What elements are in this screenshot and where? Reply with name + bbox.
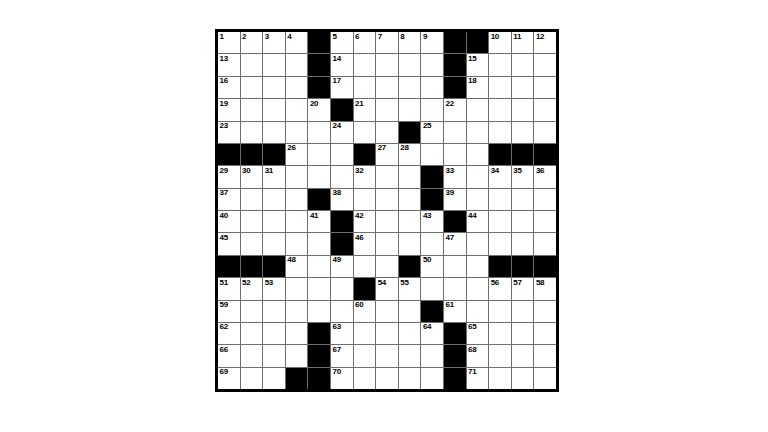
cell-r5c7[interactable] [354,122,376,143]
cell-r8c15[interactable] [534,189,556,210]
cell-r8c8[interactable] [376,189,398,210]
clue-number: 11 [513,32,521,41]
cell-r2c1[interactable]: 13 [218,54,240,75]
cell-r3c4[interactable] [286,77,308,98]
cell-r4c12[interactable] [467,99,489,120]
cell-r14c15[interactable] [534,323,556,344]
cell-r5c12[interactable] [467,122,489,143]
clue-number: 70 [333,367,341,376]
black-cell-r8c5 [308,189,330,210]
cell-r16c6[interactable]: 70 [331,368,353,389]
cell-r7c4[interactable] [286,166,308,187]
clue-number: 9 [423,32,427,41]
clue-number: 15 [468,54,476,63]
cell-r13c5[interactable] [308,301,330,322]
cell-r12c8[interactable]: 54 [376,278,398,299]
cell-r14c3[interactable] [263,323,285,344]
cell-r15c12[interactable]: 68 [467,345,489,366]
black-cell-r11c1 [218,256,240,277]
cell-r15c10[interactable] [421,345,443,366]
cell-r4c9[interactable] [399,99,421,120]
cell-r8c7[interactable] [354,189,376,210]
cell-r14c4[interactable] [286,323,308,344]
clue-number: 47 [446,233,454,242]
clue-number: 21 [355,99,363,108]
cell-r15c14[interactable] [512,345,534,366]
clue-number: 27 [378,143,386,152]
black-cell-r2c11 [444,54,466,75]
cell-r2c13[interactable] [489,54,511,75]
clue-number: 61 [446,300,454,309]
cell-r15c9[interactable] [399,345,421,366]
cell-r6c4[interactable]: 26 [286,144,308,165]
cell-r1c9[interactable]: 8 [399,32,421,53]
clue-number: 16 [220,76,228,85]
cell-r6c12[interactable] [467,144,489,165]
cell-r3c6[interactable]: 17 [331,77,353,98]
cell-r5c1[interactable]: 23 [218,122,240,143]
black-cell-r10c6 [331,233,353,254]
black-cell-r11c13 [489,256,511,277]
clue-number: 30 [242,166,250,175]
cell-r7c3[interactable]: 31 [263,166,285,187]
cell-r16c13[interactable] [489,368,511,389]
clue-number: 56 [491,278,499,287]
clue-number: 41 [310,211,318,220]
cell-r10c1[interactable]: 45 [218,233,240,254]
cell-r5c13[interactable] [489,122,511,143]
cell-r3c15[interactable] [534,77,556,98]
cell-r13c14[interactable] [512,301,534,322]
cell-r10c11[interactable]: 47 [444,233,466,254]
cell-r9c2[interactable] [241,211,263,232]
cell-r7c14[interactable]: 35 [512,166,534,187]
clue-number: 7 [378,32,382,41]
clue-number: 20 [310,99,318,108]
clue-number: 65 [468,322,476,331]
cell-r13c4[interactable] [286,301,308,322]
cell-r16c15[interactable] [534,368,556,389]
clue-number: 46 [355,233,363,242]
cell-r1c6[interactable]: 5 [331,32,353,53]
cell-r7c11[interactable]: 33 [444,166,466,187]
cell-r7c9[interactable] [399,166,421,187]
clue-number: 12 [536,32,544,41]
cell-r3c7[interactable] [354,77,376,98]
cell-r4c11[interactable]: 22 [444,99,466,120]
cell-r13c3[interactable] [263,301,285,322]
cell-r10c8[interactable] [376,233,398,254]
black-cell-r9c11 [444,211,466,232]
cell-r14c6[interactable]: 63 [331,323,353,344]
cell-r1c2[interactable]: 2 [241,32,263,53]
cell-r15c4[interactable] [286,345,308,366]
cell-r5c2[interactable] [241,122,263,143]
clue-number: 38 [333,188,341,197]
cell-r15c2[interactable] [241,345,263,366]
clue-number: 24 [333,121,341,130]
cell-r12c2[interactable]: 52 [241,278,263,299]
cell-r1c10[interactable]: 9 [421,32,443,53]
cell-r5c11[interactable] [444,122,466,143]
cell-r16c9[interactable] [399,368,421,389]
cell-r13c12[interactable] [467,301,489,322]
clue-number: 17 [333,76,341,85]
clue-number: 62 [220,322,228,331]
black-cell-r6c14 [512,144,534,165]
cell-r15c8[interactable] [376,345,398,366]
clue-number: 14 [333,54,341,63]
cell-r4c8[interactable] [376,99,398,120]
cell-r8c4[interactable] [286,189,308,210]
cell-r10c10[interactable] [421,233,443,254]
cell-r15c7[interactable] [354,345,376,366]
cell-r10c3[interactable] [263,233,285,254]
cell-r7c5[interactable] [308,166,330,187]
clue-number: 13 [220,54,228,63]
cell-r1c3[interactable]: 3 [263,32,285,53]
cell-r4c5[interactable]: 20 [308,99,330,120]
clue-number: 49 [333,255,341,264]
cell-r9c7[interactable]: 42 [354,211,376,232]
cell-r9c13[interactable] [489,211,511,232]
cell-r14c7[interactable] [354,323,376,344]
cell-r6c5[interactable] [308,144,330,165]
clue-number: 2 [242,32,246,41]
cell-r11c6[interactable]: 49 [331,256,353,277]
clue-number: 28 [400,143,408,152]
cell-r14c14[interactable] [512,323,534,344]
cell-r2c8[interactable] [376,54,398,75]
cell-r14c12[interactable]: 65 [467,323,489,344]
page: 1234567891011121314151617181920212223242… [0,0,768,432]
cell-r6c9[interactable]: 28 [399,144,421,165]
clue-number: 31 [265,166,273,175]
cell-r11c7[interactable] [354,256,376,277]
cell-r1c7[interactable]: 6 [354,32,376,53]
clue-number: 19 [220,99,228,108]
cell-r12c11[interactable] [444,278,466,299]
cell-r12c3[interactable]: 53 [263,278,285,299]
clue-number: 58 [536,278,544,287]
cell-r2c7[interactable] [354,54,376,75]
black-cell-r12c7 [354,278,376,299]
cell-r5c8[interactable] [376,122,398,143]
cell-r9c14[interactable] [512,211,534,232]
cell-r4c15[interactable] [534,99,556,120]
cell-r7c1[interactable]: 29 [218,166,240,187]
cell-r15c13[interactable] [489,345,511,366]
cell-r10c14[interactable] [512,233,534,254]
cell-r1c15[interactable]: 12 [534,32,556,53]
clue-number: 1 [220,32,224,41]
black-cell-r14c5 [308,323,330,344]
cell-r12c4[interactable] [286,278,308,299]
cell-r14c1[interactable]: 62 [218,323,240,344]
cell-r14c2[interactable] [241,323,263,344]
cell-r16c2[interactable] [241,368,263,389]
cell-r8c14[interactable] [512,189,534,210]
cell-r4c4[interactable] [286,99,308,120]
clue-number: 64 [423,322,431,331]
black-cell-r16c11 [444,368,466,389]
cell-r2c10[interactable] [421,54,443,75]
cell-r3c12[interactable]: 18 [467,77,489,98]
clue-number: 44 [468,211,476,220]
cell-r9c10[interactable]: 43 [421,211,443,232]
cell-r10c5[interactable] [308,233,330,254]
clue-number: 67 [333,345,341,354]
black-cell-r9c6 [331,211,353,232]
clue-number: 35 [513,166,521,175]
clue-number: 23 [220,121,228,130]
cell-r9c1[interactable]: 40 [218,211,240,232]
cell-r10c12[interactable] [467,233,489,254]
clue-number: 4 [287,32,291,41]
cell-r11c10[interactable]: 50 [421,256,443,277]
cell-r4c10[interactable] [421,99,443,120]
cell-r3c2[interactable] [241,77,263,98]
cell-r4c13[interactable] [489,99,511,120]
cell-r4c14[interactable] [512,99,534,120]
cell-r9c4[interactable] [286,211,308,232]
cell-r4c2[interactable] [241,99,263,120]
cell-r16c1[interactable]: 69 [218,368,240,389]
clue-number: 37 [220,188,228,197]
cell-r1c4[interactable]: 4 [286,32,308,53]
cell-r9c8[interactable] [376,211,398,232]
cell-r3c3[interactable] [263,77,285,98]
cell-r4c1[interactable]: 19 [218,99,240,120]
cell-r12c12[interactable] [467,278,489,299]
cell-r6c8[interactable]: 27 [376,144,398,165]
clue-number: 26 [287,143,295,152]
cell-r9c9[interactable] [399,211,421,232]
cell-r1c1[interactable]: 1 [218,32,240,53]
black-cell-r6c2 [241,144,263,165]
cell-r6c6[interactable] [331,144,353,165]
cell-r10c13[interactable] [489,233,511,254]
cell-r10c15[interactable] [534,233,556,254]
clue-number: 50 [423,255,431,264]
cell-r2c2[interactable] [241,54,263,75]
cell-r8c6[interactable]: 38 [331,189,353,210]
cell-r3c10[interactable] [421,77,443,98]
cell-r7c6[interactable] [331,166,353,187]
black-cell-r11c14 [512,256,534,277]
black-cell-r16c5 [308,368,330,389]
cell-r7c7[interactable]: 32 [354,166,376,187]
cell-r12c13[interactable]: 56 [489,278,511,299]
cell-r16c10[interactable] [421,368,443,389]
black-cell-r1c5 [308,32,330,53]
black-cell-r16c4 [286,368,308,389]
cell-r9c3[interactable] [263,211,285,232]
clue-number: 25 [423,121,431,130]
cell-r3c14[interactable] [512,77,534,98]
clue-number: 22 [446,99,454,108]
cell-r13c7[interactable]: 60 [354,301,376,322]
cell-r16c7[interactable] [354,368,376,389]
clue-number: 52 [242,278,250,287]
cell-r10c2[interactable] [241,233,263,254]
cell-r16c14[interactable] [512,368,534,389]
black-cell-r6c13 [489,144,511,165]
cell-r13c15[interactable] [534,301,556,322]
clue-number: 48 [287,255,295,264]
black-cell-r1c12 [467,32,489,53]
black-cell-r1c11 [444,32,466,53]
cell-r5c15[interactable] [534,122,556,143]
cell-r14c13[interactable] [489,323,511,344]
cell-r1c13[interactable]: 10 [489,32,511,53]
cell-r5c6[interactable]: 24 [331,122,353,143]
cell-r11c8[interactable] [376,256,398,277]
cell-r2c15[interactable] [534,54,556,75]
cell-r6c10[interactable] [421,144,443,165]
cell-r9c15[interactable] [534,211,556,232]
cell-r2c3[interactable] [263,54,285,75]
clue-number: 36 [536,166,544,175]
cell-r8c12[interactable] [467,189,489,210]
cell-r8c2[interactable] [241,189,263,210]
cell-r9c12[interactable]: 44 [467,211,489,232]
black-cell-r3c11 [444,77,466,98]
cell-r12c5[interactable] [308,278,330,299]
cell-r14c9[interactable] [399,323,421,344]
clue-number: 63 [333,322,341,331]
cell-r13c2[interactable] [241,301,263,322]
black-cell-r13c10 [421,301,443,322]
cell-r7c8[interactable] [376,166,398,187]
cell-r3c8[interactable] [376,77,398,98]
clue-number: 45 [220,233,228,242]
cell-r13c9[interactable] [399,301,421,322]
clue-number: 55 [400,278,408,287]
cell-r16c8[interactable] [376,368,398,389]
cell-r16c3[interactable] [263,368,285,389]
cell-r11c12[interactable] [467,256,489,277]
cell-r3c1[interactable]: 16 [218,77,240,98]
clue-number: 59 [220,300,228,309]
cell-r11c11[interactable] [444,256,466,277]
cell-r13c13[interactable] [489,301,511,322]
cell-r7c12[interactable] [467,166,489,187]
cell-r12c10[interactable] [421,278,443,299]
cell-r8c9[interactable] [399,189,421,210]
cell-r1c8[interactable]: 7 [376,32,398,53]
black-cell-r11c3 [263,256,285,277]
cell-r11c5[interactable] [308,256,330,277]
cell-r5c14[interactable] [512,122,534,143]
black-cell-r11c15 [534,256,556,277]
clue-number: 18 [468,76,476,85]
clue-number: 69 [220,367,228,376]
cell-r7c2[interactable]: 30 [241,166,263,187]
black-cell-r4c6 [331,99,353,120]
cell-r11c4[interactable]: 48 [286,256,308,277]
clue-number: 66 [220,345,228,354]
clue-number: 32 [355,166,363,175]
black-cell-r15c11 [444,345,466,366]
cell-r2c6[interactable]: 14 [331,54,353,75]
cell-r4c3[interactable] [263,99,285,120]
black-cell-r6c3 [263,144,285,165]
clue-number: 54 [378,278,386,287]
cell-r15c1[interactable]: 66 [218,345,240,366]
black-cell-r11c9 [399,256,421,277]
cell-r3c13[interactable] [489,77,511,98]
cell-r8c13[interactable] [489,189,511,210]
cell-r10c9[interactable] [399,233,421,254]
cell-r2c4[interactable] [286,54,308,75]
cell-r7c13[interactable]: 34 [489,166,511,187]
black-cell-r2c5 [308,54,330,75]
black-cell-r8c10 [421,189,443,210]
cell-r13c8[interactable] [376,301,398,322]
clue-number: 6 [355,32,359,41]
clue-number: 40 [220,211,228,220]
cell-r9c5[interactable]: 41 [308,211,330,232]
cell-r7c15[interactable]: 36 [534,166,556,187]
black-cell-r7c10 [421,166,443,187]
cell-r5c10[interactable]: 25 [421,122,443,143]
black-cell-r11c2 [241,256,263,277]
clue-number: 51 [220,278,228,287]
cell-r2c12[interactable]: 15 [467,54,489,75]
cell-r8c3[interactable] [263,189,285,210]
cell-r5c3[interactable] [263,122,285,143]
cell-r13c11[interactable]: 61 [444,301,466,322]
black-cell-r6c1 [218,144,240,165]
cell-r15c6[interactable]: 67 [331,345,353,366]
cell-r5c5[interactable] [308,122,330,143]
cell-r14c10[interactable]: 64 [421,323,443,344]
clue-number: 53 [265,278,273,287]
clue-number: 3 [265,32,269,41]
cell-r15c3[interactable] [263,345,285,366]
cell-r2c9[interactable] [399,54,421,75]
cell-r12c15[interactable]: 58 [534,278,556,299]
clue-number: 57 [513,278,521,287]
cell-r12c14[interactable]: 57 [512,278,534,299]
cell-r14c8[interactable] [376,323,398,344]
cell-r13c1[interactable]: 59 [218,301,240,322]
black-cell-r6c15 [534,144,556,165]
cell-r2c14[interactable] [512,54,534,75]
cell-r13c6[interactable] [331,301,353,322]
cell-r3c9[interactable] [399,77,421,98]
cell-r12c1[interactable]: 51 [218,278,240,299]
black-cell-r15c5 [308,345,330,366]
cell-r8c1[interactable]: 37 [218,189,240,210]
cell-r6c11[interactable] [444,144,466,165]
cell-r8c11[interactable]: 39 [444,189,466,210]
clue-number: 29 [220,166,228,175]
clue-number: 5 [333,32,337,41]
cell-r1c14[interactable]: 11 [512,32,534,53]
cell-r10c4[interactable] [286,233,308,254]
cell-r4c7[interactable]: 21 [354,99,376,120]
cell-r12c6[interactable] [331,278,353,299]
cell-r10c7[interactable]: 46 [354,233,376,254]
cell-r16c12[interactable]: 71 [467,368,489,389]
cell-r15c15[interactable] [534,345,556,366]
cell-r12c9[interactable]: 55 [399,278,421,299]
clue-number: 68 [468,345,476,354]
cell-r5c4[interactable] [286,122,308,143]
clue-number: 8 [400,32,404,41]
